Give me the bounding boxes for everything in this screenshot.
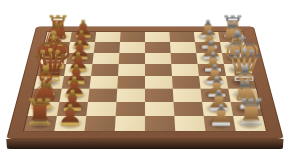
piece-gold-pawn-a2[interactable]: ♟ xyxy=(54,116,86,131)
chess-set-photo: ♜♟♟♜♞♟♟♞♝♟♟♝♚♟♟♚♛♟♟♛♝♟♟♝♞♟♟♞♜♟♟♜ xyxy=(0,0,290,149)
pawn-icon: ♟ xyxy=(49,100,89,130)
pieces-layer: ♜♟♟♜♞♟♟♞♝♟♟♝♚♟♟♚♛♟♟♛♝♟♟♝♞♟♟♞♜♟♟♜ xyxy=(24,32,266,131)
chess-board: ♜♟♟♜♞♟♟♞♝♟♟♝♚♟♟♚♛♟♟♛♝♟♟♝♞♟♟♞♜♟♟♜ xyxy=(6,27,284,139)
rook-icon: ♜ xyxy=(231,93,271,130)
board-front-edge xyxy=(6,139,284,149)
piece-silver-rook-a8[interactable]: ♜ xyxy=(233,116,266,131)
